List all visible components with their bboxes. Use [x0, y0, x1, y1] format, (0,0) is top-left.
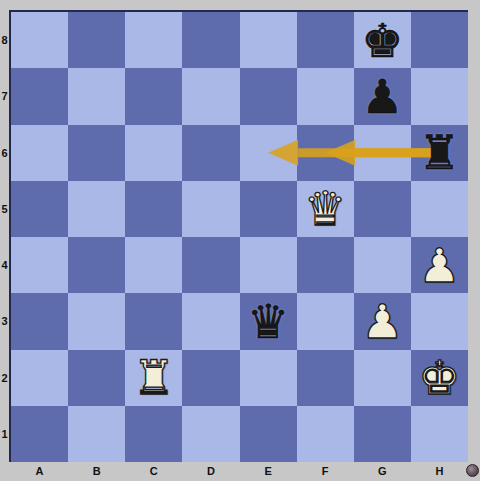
square-h3[interactable] — [411, 293, 468, 349]
rank-label-8: 8 — [0, 12, 9, 68]
square-a6[interactable] — [11, 125, 68, 181]
square-e8[interactable] — [240, 12, 297, 68]
square-h8[interactable] — [411, 12, 468, 68]
square-f7[interactable] — [297, 68, 354, 124]
square-c3[interactable] — [125, 293, 182, 349]
file-label-b: B — [68, 462, 125, 480]
piece-white-pawn[interactable]: ♟ — [411, 237, 468, 293]
square-a5[interactable] — [11, 181, 68, 237]
square-a3[interactable] — [11, 293, 68, 349]
piece-white-queen[interactable]: ♛ — [297, 181, 354, 237]
piece-black-queen[interactable]: ♛ — [240, 293, 297, 349]
square-a8[interactable] — [11, 12, 68, 68]
chess-board-page: ♚♟♜♛♟♛♟♜♚ 87654321 ABCDEFGH — [0, 0, 480, 481]
piece-white-rook[interactable]: ♜ — [125, 350, 182, 406]
square-b1[interactable] — [68, 406, 125, 462]
square-b8[interactable] — [68, 12, 125, 68]
square-g4[interactable] — [354, 237, 411, 293]
file-label-c: C — [125, 462, 182, 480]
square-c8[interactable] — [125, 12, 182, 68]
square-c5[interactable] — [125, 181, 182, 237]
square-f3[interactable] — [297, 293, 354, 349]
square-d8[interactable] — [182, 12, 239, 68]
file-label-h: H — [411, 462, 468, 480]
square-e6[interactable] — [240, 125, 297, 181]
square-e7[interactable] — [240, 68, 297, 124]
square-b6[interactable] — [68, 125, 125, 181]
square-d3[interactable] — [182, 293, 239, 349]
rank-label-5: 5 — [0, 181, 9, 237]
square-e1[interactable] — [240, 406, 297, 462]
square-b3[interactable] — [68, 293, 125, 349]
rank-label-4: 4 — [0, 237, 9, 293]
chess-board: ♚♟♜♛♟♛♟♜♚ — [9, 10, 468, 462]
rank-label-3: 3 — [0, 293, 9, 349]
square-h1[interactable] — [411, 406, 468, 462]
square-g1[interactable] — [354, 406, 411, 462]
square-f8[interactable] — [297, 12, 354, 68]
square-c1[interactable] — [125, 406, 182, 462]
square-d1[interactable] — [182, 406, 239, 462]
file-label-e: E — [240, 462, 297, 480]
square-e4[interactable] — [240, 237, 297, 293]
square-c6[interactable] — [125, 125, 182, 181]
square-g6[interactable] — [354, 125, 411, 181]
square-d4[interactable] — [182, 237, 239, 293]
square-c7[interactable] — [125, 68, 182, 124]
square-a4[interactable] — [11, 237, 68, 293]
square-b5[interactable] — [68, 181, 125, 237]
square-h5[interactable] — [411, 181, 468, 237]
square-b2[interactable] — [68, 350, 125, 406]
square-g5[interactable] — [354, 181, 411, 237]
square-d2[interactable] — [182, 350, 239, 406]
file-label-d: D — [182, 462, 239, 480]
square-h7[interactable] — [411, 68, 468, 124]
square-e2[interactable] — [240, 350, 297, 406]
square-d5[interactable] — [182, 181, 239, 237]
rank-label-1: 1 — [0, 406, 9, 462]
square-g2[interactable] — [354, 350, 411, 406]
file-label-g: G — [354, 462, 411, 480]
square-d6[interactable] — [182, 125, 239, 181]
square-f4[interactable] — [297, 237, 354, 293]
square-d7[interactable] — [182, 68, 239, 124]
rank-label-6: 6 — [0, 125, 9, 181]
square-a7[interactable] — [11, 68, 68, 124]
sphere-badge-icon — [466, 464, 479, 477]
piece-black-rook[interactable]: ♜ — [411, 125, 468, 181]
square-a2[interactable] — [11, 350, 68, 406]
square-f6[interactable] — [297, 125, 354, 181]
square-b4[interactable] — [68, 237, 125, 293]
square-e5[interactable] — [240, 181, 297, 237]
square-f1[interactable] — [297, 406, 354, 462]
square-c4[interactable] — [125, 237, 182, 293]
piece-black-king[interactable]: ♚ — [354, 12, 411, 68]
piece-white-king[interactable]: ♚ — [411, 350, 468, 406]
piece-white-pawn[interactable]: ♟ — [354, 293, 411, 349]
file-label-f: F — [297, 462, 354, 480]
file-label-a: A — [11, 462, 68, 480]
piece-black-pawn[interactable]: ♟ — [354, 68, 411, 124]
rank-label-7: 7 — [0, 68, 9, 124]
square-f2[interactable] — [297, 350, 354, 406]
rank-label-2: 2 — [0, 350, 9, 406]
square-b7[interactable] — [68, 68, 125, 124]
square-a1[interactable] — [11, 406, 68, 462]
